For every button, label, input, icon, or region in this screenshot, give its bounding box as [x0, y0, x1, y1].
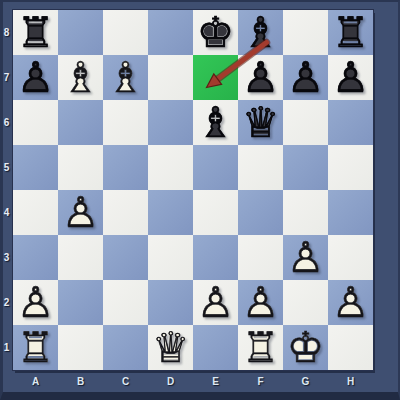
- piece-white-pawn-icon[interactable]: ♟♙: [13, 280, 58, 325]
- piece-black-bishop-icon[interactable]: ♝♗: [193, 100, 238, 145]
- square-a6[interactable]: [13, 100, 58, 145]
- piece-outline-glyph: ♙: [238, 55, 283, 100]
- square-e5[interactable]: [193, 145, 238, 190]
- square-e7[interactable]: [193, 55, 238, 100]
- piece-outline-glyph: ♗: [58, 55, 103, 100]
- rank-label-1: 1: [0, 325, 13, 370]
- piece-white-pawn-icon[interactable]: ♟♙: [238, 280, 283, 325]
- square-h8[interactable]: ♜♖: [328, 10, 373, 55]
- square-b5[interactable]: [58, 145, 103, 190]
- file-label-g: G: [283, 373, 328, 390]
- square-a7[interactable]: ♟♙: [13, 55, 58, 100]
- piece-outline-glyph: ♕: [148, 325, 193, 370]
- square-b4[interactable]: ♟♙: [58, 190, 103, 235]
- square-h1[interactable]: [328, 325, 373, 370]
- square-g8[interactable]: [283, 10, 328, 55]
- piece-white-rook-icon[interactable]: ♜♖: [13, 325, 58, 370]
- square-d5[interactable]: [148, 145, 193, 190]
- square-f8[interactable]: ♝♗: [238, 10, 283, 55]
- square-g1[interactable]: ♚♔: [283, 325, 328, 370]
- square-d6[interactable]: [148, 100, 193, 145]
- rank-label-8: 8: [0, 10, 13, 55]
- square-h4[interactable]: [328, 190, 373, 235]
- file-label-h: H: [328, 373, 373, 390]
- square-d1[interactable]: ♛♕: [148, 325, 193, 370]
- square-b3[interactable]: [58, 235, 103, 280]
- square-d2[interactable]: [148, 280, 193, 325]
- square-f6[interactable]: ♛♕: [238, 100, 283, 145]
- piece-white-pawn-icon[interactable]: ♟♙: [328, 280, 373, 325]
- piece-black-pawn-icon[interactable]: ♟♙: [238, 55, 283, 100]
- square-e6[interactable]: ♝♗: [193, 100, 238, 145]
- piece-outline-glyph: ♙: [58, 190, 103, 235]
- square-h7[interactable]: ♟♙: [328, 55, 373, 100]
- piece-outline-glyph: ♖: [238, 325, 283, 370]
- square-f5[interactable]: [238, 145, 283, 190]
- chess-board-panel: ♜♖♚♔♝♗♜♖♟♙♝♗♝♗♟♙♟♙♟♙♝♗♛♕♟♙♟♙♟♙♟♙♟♙♟♙♜♖♛♕…: [0, 0, 400, 400]
- piece-outline-glyph: ♖: [328, 10, 373, 55]
- square-e8[interactable]: ♚♔: [193, 10, 238, 55]
- piece-black-pawn-icon[interactable]: ♟♙: [328, 55, 373, 100]
- square-b8[interactable]: [58, 10, 103, 55]
- file-label-d: D: [148, 373, 193, 390]
- square-g7[interactable]: ♟♙: [283, 55, 328, 100]
- piece-outline-glyph: ♙: [328, 280, 373, 325]
- square-c2[interactable]: [103, 280, 148, 325]
- piece-white-bishop-icon[interactable]: ♝♗: [103, 55, 148, 100]
- rank-label-2: 2: [0, 280, 13, 325]
- piece-outline-glyph: ♖: [13, 10, 58, 55]
- piece-black-queen-icon[interactable]: ♛♕: [238, 100, 283, 145]
- square-d4[interactable]: [148, 190, 193, 235]
- piece-black-king-icon[interactable]: ♚♔: [193, 10, 238, 55]
- file-label-f: F: [238, 373, 283, 390]
- rank-label-7: 7: [0, 55, 13, 100]
- piece-black-pawn-icon[interactable]: ♟♙: [13, 55, 58, 100]
- square-g6[interactable]: [283, 100, 328, 145]
- piece-outline-glyph: ♙: [328, 55, 373, 100]
- square-h6[interactable]: [328, 100, 373, 145]
- file-label-c: C: [103, 373, 148, 390]
- piece-white-bishop-icon[interactable]: ♝♗: [58, 55, 103, 100]
- file-label-a: A: [13, 373, 58, 390]
- square-h2[interactable]: ♟♙: [328, 280, 373, 325]
- square-b2[interactable]: [58, 280, 103, 325]
- square-b7[interactable]: ♝♗: [58, 55, 103, 100]
- square-d7[interactable]: [148, 55, 193, 100]
- square-g3[interactable]: ♟♙: [283, 235, 328, 280]
- square-f3[interactable]: [238, 235, 283, 280]
- square-a5[interactable]: [13, 145, 58, 190]
- square-f2[interactable]: ♟♙: [238, 280, 283, 325]
- piece-black-bishop-icon[interactable]: ♝♗: [238, 10, 283, 55]
- square-e2[interactable]: ♟♙: [193, 280, 238, 325]
- square-g5[interactable]: [283, 145, 328, 190]
- piece-outline-glyph: ♗: [193, 100, 238, 145]
- square-c1[interactable]: [103, 325, 148, 370]
- piece-white-rook-icon[interactable]: ♜♖: [238, 325, 283, 370]
- piece-outline-glyph: ♙: [193, 280, 238, 325]
- piece-outline-glyph: ♙: [13, 280, 58, 325]
- piece-black-pawn-icon[interactable]: ♟♙: [283, 55, 328, 100]
- square-c4[interactable]: [103, 190, 148, 235]
- piece-white-pawn-icon[interactable]: ♟♙: [193, 280, 238, 325]
- square-c8[interactable]: [103, 10, 148, 55]
- square-c6[interactable]: [103, 100, 148, 145]
- square-e1[interactable]: [193, 325, 238, 370]
- square-a1[interactable]: ♜♖: [13, 325, 58, 370]
- square-b1[interactable]: [58, 325, 103, 370]
- rank-label-4: 4: [0, 190, 13, 235]
- square-f4[interactable]: [238, 190, 283, 235]
- piece-outline-glyph: ♗: [238, 10, 283, 55]
- square-h3[interactable]: [328, 235, 373, 280]
- piece-outline-glyph: ♙: [283, 55, 328, 100]
- piece-outline-glyph: ♖: [13, 325, 58, 370]
- file-label-e: E: [193, 373, 238, 390]
- file-label-b: B: [58, 373, 103, 390]
- square-d8[interactable]: [148, 10, 193, 55]
- piece-white-queen-icon[interactable]: ♛♕: [148, 325, 193, 370]
- piece-outline-glyph: ♙: [238, 280, 283, 325]
- square-b6[interactable]: [58, 100, 103, 145]
- piece-outline-glyph: ♔: [283, 325, 328, 370]
- square-h5[interactable]: [328, 145, 373, 190]
- square-f7[interactable]: ♟♙: [238, 55, 283, 100]
- piece-black-rook-icon[interactable]: ♜♖: [13, 10, 58, 55]
- piece-outline-glyph: ♙: [13, 55, 58, 100]
- piece-black-rook-icon[interactable]: ♜♖: [328, 10, 373, 55]
- square-a2[interactable]: ♟♙: [13, 280, 58, 325]
- piece-white-pawn-icon[interactable]: ♟♙: [283, 235, 328, 280]
- piece-white-king-icon[interactable]: ♚♔: [283, 325, 328, 370]
- square-c3[interactable]: [103, 235, 148, 280]
- piece-outline-glyph: ♙: [283, 235, 328, 280]
- square-a8[interactable]: ♜♖: [13, 10, 58, 55]
- square-a3[interactable]: [13, 235, 58, 280]
- piece-outline-glyph: ♗: [103, 55, 148, 100]
- piece-outline-glyph: ♔: [193, 10, 238, 55]
- chess-board: ♜♖♚♔♝♗♜♖♟♙♝♗♝♗♟♙♟♙♟♙♝♗♛♕♟♙♟♙♟♙♟♙♟♙♟♙♜♖♛♕…: [13, 10, 373, 370]
- square-e3[interactable]: [193, 235, 238, 280]
- square-f1[interactable]: ♜♖: [238, 325, 283, 370]
- rank-label-6: 6: [0, 100, 13, 145]
- square-d3[interactable]: [148, 235, 193, 280]
- square-e4[interactable]: [193, 190, 238, 235]
- piece-white-pawn-icon[interactable]: ♟♙: [58, 190, 103, 235]
- square-c5[interactable]: [103, 145, 148, 190]
- square-g4[interactable]: [283, 190, 328, 235]
- piece-outline-glyph: ♕: [238, 100, 283, 145]
- square-g2[interactable]: [283, 280, 328, 325]
- rank-label-5: 5: [0, 145, 13, 190]
- square-c7[interactable]: ♝♗: [103, 55, 148, 100]
- rank-label-3: 3: [0, 235, 13, 280]
- square-a4[interactable]: [13, 190, 58, 235]
